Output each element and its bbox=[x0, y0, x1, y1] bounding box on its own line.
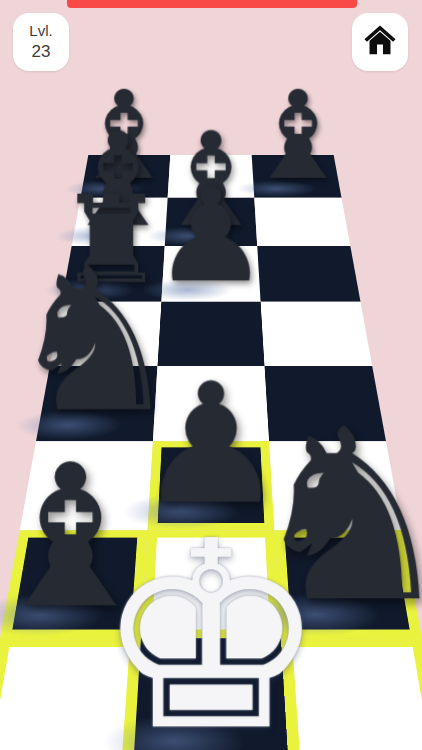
home-button[interactable] bbox=[352, 13, 408, 71]
square-b1[interactable]: ♚ bbox=[133, 638, 290, 750]
level-label: Lvl. bbox=[29, 22, 52, 41]
level-value: 23 bbox=[32, 41, 51, 62]
square-c6 bbox=[257, 246, 360, 302]
white-king-b1[interactable]: ♚ bbox=[95, 507, 327, 750]
level-progress-bar bbox=[67, 0, 357, 8]
level-badge: Lvl. 23 bbox=[13, 13, 69, 71]
board-scene: ♝♝♝♝♜♟♞♟♝♞♚ bbox=[0, 0, 422, 750]
game-screen: { "app": { "background_color": "#f0d5d8"… bbox=[0, 0, 422, 750]
chess-board: ♝♝♝♝♜♟♞♟♝♞♚ bbox=[0, 155, 422, 750]
home-icon bbox=[363, 23, 397, 61]
